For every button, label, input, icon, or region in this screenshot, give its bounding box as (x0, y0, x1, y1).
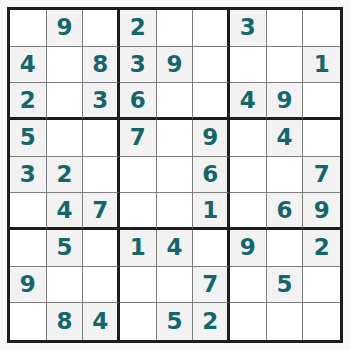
sudoku-board: 92348391236495794326747169514929758452 (7, 7, 343, 343)
cell-r8c7[interactable] (230, 267, 267, 304)
cell-r8c5[interactable] (157, 267, 194, 304)
cell-r4c8: 4 (267, 120, 304, 157)
cell-r1c7: 3 (230, 10, 267, 47)
cell-r7c5: 4 (157, 230, 194, 267)
cell-r3c7: 4 (230, 83, 267, 120)
cell-r2c8[interactable] (267, 47, 304, 84)
cell-r6c6: 1 (193, 193, 230, 230)
cell-r1c8[interactable] (267, 10, 304, 47)
cell-r2c2[interactable] (47, 47, 84, 84)
cell-r8c6: 7 (193, 267, 230, 304)
cell-r5c6: 6 (193, 157, 230, 194)
cell-r4c5[interactable] (157, 120, 194, 157)
cell-r3c3: 3 (83, 83, 120, 120)
cell-r9c2: 8 (47, 303, 84, 340)
cell-r6c7[interactable] (230, 193, 267, 230)
cell-r2c4: 3 (120, 47, 157, 84)
cell-r3c2[interactable] (47, 83, 84, 120)
cell-r8c8: 5 (267, 267, 304, 304)
cell-r8c1: 9 (10, 267, 47, 304)
cell-r6c5[interactable] (157, 193, 194, 230)
cell-r5c4[interactable] (120, 157, 157, 194)
cell-r5c5[interactable] (157, 157, 194, 194)
cell-r2c6[interactable] (193, 47, 230, 84)
cell-r5c1: 3 (10, 157, 47, 194)
cell-r2c3: 8 (83, 47, 120, 84)
cell-r1c1[interactable] (10, 10, 47, 47)
cell-r9c7[interactable] (230, 303, 267, 340)
cell-r2c7[interactable] (230, 47, 267, 84)
cell-r6c9: 9 (303, 193, 340, 230)
cell-r3c4: 6 (120, 83, 157, 120)
cell-r7c9: 2 (303, 230, 340, 267)
cell-r6c8: 6 (267, 193, 304, 230)
cell-r6c2: 4 (47, 193, 84, 230)
cell-r3c8: 9 (267, 83, 304, 120)
cell-r4c6: 9 (193, 120, 230, 157)
cell-r6c4[interactable] (120, 193, 157, 230)
cell-r7c4: 1 (120, 230, 157, 267)
cell-r1c5[interactable] (157, 10, 194, 47)
cell-r9c9[interactable] (303, 303, 340, 340)
cell-r4c7[interactable] (230, 120, 267, 157)
cell-r4c2[interactable] (47, 120, 84, 157)
cell-r3c9[interactable] (303, 83, 340, 120)
cell-r8c3[interactable] (83, 267, 120, 304)
cell-r8c2[interactable] (47, 267, 84, 304)
cell-r9c1[interactable] (10, 303, 47, 340)
cell-r9c8[interactable] (267, 303, 304, 340)
cell-r9c3: 4 (83, 303, 120, 340)
cell-r9c6: 2 (193, 303, 230, 340)
cell-r4c9[interactable] (303, 120, 340, 157)
cell-r4c1: 5 (10, 120, 47, 157)
cell-r6c1[interactable] (10, 193, 47, 230)
cell-r8c9[interactable] (303, 267, 340, 304)
cell-r1c2: 9 (47, 10, 84, 47)
cell-r8c4[interactable] (120, 267, 157, 304)
cell-r1c4: 2 (120, 10, 157, 47)
cell-r2c9: 1 (303, 47, 340, 84)
cell-r1c3[interactable] (83, 10, 120, 47)
cell-r4c4: 7 (120, 120, 157, 157)
cell-r5c7[interactable] (230, 157, 267, 194)
cell-r5c9: 7 (303, 157, 340, 194)
cell-r3c6[interactable] (193, 83, 230, 120)
cell-r7c6[interactable] (193, 230, 230, 267)
cell-r2c5: 9 (157, 47, 194, 84)
cell-r7c2: 5 (47, 230, 84, 267)
cell-r1c6[interactable] (193, 10, 230, 47)
cell-r6c3: 7 (83, 193, 120, 230)
cell-r1c9[interactable] (303, 10, 340, 47)
cell-r3c1: 2 (10, 83, 47, 120)
cell-r7c1[interactable] (10, 230, 47, 267)
cell-r5c2: 2 (47, 157, 84, 194)
cell-r7c8[interactable] (267, 230, 304, 267)
cell-r2c1: 4 (10, 47, 47, 84)
cell-r9c5: 5 (157, 303, 194, 340)
cell-r5c3[interactable] (83, 157, 120, 194)
cell-r9c4[interactable] (120, 303, 157, 340)
cell-r7c3[interactable] (83, 230, 120, 267)
sudoku-page: 92348391236495794326747169514929758452 (0, 0, 350, 350)
cell-r5c8[interactable] (267, 157, 304, 194)
cell-r3c5[interactable] (157, 83, 194, 120)
cell-r7c7: 9 (230, 230, 267, 267)
cell-r4c3[interactable] (83, 120, 120, 157)
